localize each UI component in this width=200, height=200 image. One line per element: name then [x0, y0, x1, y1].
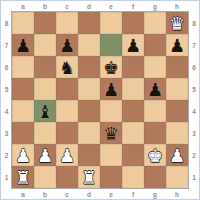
square-d2[interactable]	[78, 144, 100, 166]
square-f8[interactable]	[122, 12, 144, 34]
square-a6[interactable]	[12, 56, 34, 78]
square-d5[interactable]	[78, 78, 100, 100]
square-b7[interactable]	[34, 34, 56, 56]
rank-label-3: 3	[188, 122, 200, 144]
square-e1[interactable]	[100, 166, 122, 188]
square-f4[interactable]	[122, 100, 144, 122]
file-labels-bottom: abcdefgh	[12, 188, 188, 200]
square-a1[interactable]: ♜	[12, 166, 34, 188]
file-label-f: f	[122, 188, 144, 200]
file-label-a: a	[12, 1, 34, 12]
square-a7[interactable]: ♟	[12, 34, 34, 56]
file-label-g: g	[144, 1, 166, 12]
square-h6[interactable]	[166, 56, 188, 78]
file-label-g: g	[144, 188, 166, 200]
square-b2[interactable]: ♟	[34, 144, 56, 166]
rank-label-4: 4	[188, 100, 200, 122]
rank-labels-right: 87654321	[188, 12, 200, 188]
black-king[interactable]: ♚	[100, 56, 122, 78]
rank-label-7: 7	[1, 34, 12, 56]
square-g6[interactable]	[144, 56, 166, 78]
square-c2[interactable]: ♟	[56, 144, 78, 166]
square-f7[interactable]: ♟	[122, 34, 144, 56]
white-pawn[interactable]: ♟	[56, 144, 78, 166]
square-g4[interactable]	[144, 100, 166, 122]
file-label-e: e	[100, 188, 122, 200]
file-label-b: b	[34, 188, 56, 200]
square-a3[interactable]	[12, 122, 34, 144]
square-b4[interactable]: ♝	[34, 100, 56, 122]
square-e6[interactable]: ♚	[100, 56, 122, 78]
file-label-d: d	[78, 1, 100, 12]
white-queen[interactable]: ♛	[166, 12, 188, 34]
square-d4[interactable]	[78, 100, 100, 122]
rank-label-7: 7	[188, 34, 200, 56]
black-pawn[interactable]: ♟	[166, 34, 188, 56]
square-h5[interactable]	[166, 78, 188, 100]
square-b5[interactable]	[34, 78, 56, 100]
square-d7[interactable]	[78, 34, 100, 56]
black-pawn[interactable]: ♟	[56, 34, 78, 56]
black-pawn[interactable]: ♟	[122, 34, 144, 56]
rank-label-5: 5	[1, 78, 12, 100]
rank-label-8: 8	[1, 12, 12, 34]
square-h8[interactable]: ♛	[166, 12, 188, 34]
square-b1[interactable]	[34, 166, 56, 188]
square-e8[interactable]	[100, 12, 122, 34]
white-pawn[interactable]: ♟	[34, 144, 56, 166]
square-c1[interactable]	[56, 166, 78, 188]
square-f5[interactable]	[122, 78, 144, 100]
file-labels-top: abcdefgh	[12, 1, 188, 12]
file-label-f: f	[122, 1, 144, 12]
square-c4[interactable]	[56, 100, 78, 122]
black-pawn[interactable]: ♟	[100, 78, 122, 100]
square-d1[interactable]: ♜	[78, 166, 100, 188]
black-knight[interactable]: ♞	[56, 56, 78, 78]
square-f3[interactable]	[122, 122, 144, 144]
square-f2[interactable]	[122, 144, 144, 166]
square-h1[interactable]	[166, 166, 188, 188]
square-c3[interactable]	[56, 122, 78, 144]
square-b6[interactable]	[34, 56, 56, 78]
square-g8[interactable]	[144, 12, 166, 34]
square-c8[interactable]	[56, 12, 78, 34]
chess-board[interactable]: ♛♟♟♟♟♞♚♟♟♝♛♟♟♟♚♟♜♜	[12, 12, 188, 188]
rank-label-1: 1	[1, 166, 12, 188]
square-d3[interactable]	[78, 122, 100, 144]
rank-label-3: 3	[1, 122, 12, 144]
square-d6[interactable]	[78, 56, 100, 78]
square-d8[interactable]	[78, 12, 100, 34]
square-g3[interactable]	[144, 122, 166, 144]
square-g5[interactable]: ♟	[144, 78, 166, 100]
rank-label-6: 6	[188, 56, 200, 78]
square-g1[interactable]	[144, 166, 166, 188]
white-rook[interactable]: ♜	[12, 166, 34, 188]
square-b8[interactable]	[34, 12, 56, 34]
rank-label-2: 2	[1, 144, 12, 166]
file-label-c: c	[56, 188, 78, 200]
rank-label-4: 4	[1, 100, 12, 122]
rank-label-1: 1	[188, 166, 200, 188]
rank-label-5: 5	[188, 78, 200, 100]
rank-labels-left: 87654321	[1, 12, 12, 188]
file-label-b: b	[34, 1, 56, 12]
square-h7[interactable]: ♟	[166, 34, 188, 56]
square-c5[interactable]	[56, 78, 78, 100]
white-king[interactable]: ♚	[144, 144, 166, 166]
white-pawn[interactable]: ♟	[166, 144, 188, 166]
square-h2[interactable]: ♟	[166, 144, 188, 166]
square-g2[interactable]: ♚	[144, 144, 166, 166]
square-h4[interactable]	[166, 100, 188, 122]
file-label-h: h	[166, 1, 188, 12]
square-f6[interactable]	[122, 56, 144, 78]
square-e2[interactable]	[100, 144, 122, 166]
black-pawn[interactable]: ♟	[12, 34, 34, 56]
square-a8[interactable]	[12, 12, 34, 34]
black-pawn[interactable]: ♟	[144, 78, 166, 100]
file-label-c: c	[56, 1, 78, 12]
square-e3[interactable]: ♛	[100, 122, 122, 144]
square-f1[interactable]	[122, 166, 144, 188]
square-e5[interactable]: ♟	[100, 78, 122, 100]
file-label-d: d	[78, 188, 100, 200]
chess-board-frame: abcdefgh 87654321 ♛♟♟♟♟♞♚♟♟♝♛♟♟♟♚♟♜♜ 876…	[0, 0, 200, 200]
rank-label-8: 8	[188, 12, 200, 34]
square-g7[interactable]	[144, 34, 166, 56]
square-e4[interactable]	[100, 100, 122, 122]
square-c7[interactable]: ♟	[56, 34, 78, 56]
square-h3[interactable]	[166, 122, 188, 144]
white-rook[interactable]: ♜	[78, 166, 100, 188]
rank-label-2: 2	[188, 144, 200, 166]
square-a5[interactable]	[12, 78, 34, 100]
rank-label-6: 6	[1, 56, 12, 78]
square-c6[interactable]: ♞	[56, 56, 78, 78]
square-a2[interactable]: ♟	[12, 144, 34, 166]
black-bishop[interactable]: ♝	[34, 100, 56, 122]
black-queen[interactable]: ♛	[100, 122, 122, 144]
file-label-h: h	[166, 188, 188, 200]
square-e7[interactable]	[100, 34, 122, 56]
square-a4[interactable]	[12, 100, 34, 122]
file-label-a: a	[12, 188, 34, 200]
white-pawn[interactable]: ♟	[12, 144, 34, 166]
square-b3[interactable]	[34, 122, 56, 144]
file-label-e: e	[100, 1, 122, 12]
